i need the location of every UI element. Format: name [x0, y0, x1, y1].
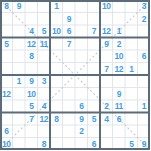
- given-digit: 5: [129, 140, 133, 149]
- cell-r5c5[interactable]: [50, 50, 63, 63]
- cell-r11c2[interactable]: [13, 125, 26, 138]
- cell-r5c6[interactable]: [63, 50, 76, 63]
- cell-r8c3[interactable]: 10: [25, 88, 38, 101]
- cell-r3c8[interactable]: 7: [88, 25, 101, 38]
- cell-r2c6[interactable]: 9: [63, 13, 76, 26]
- cell-r10c8[interactable]: 5: [88, 113, 101, 126]
- cell-r1c10[interactable]: [113, 0, 126, 13]
- cell-r8c8[interactable]: [88, 88, 101, 101]
- cell-r8c11[interactable]: [125, 88, 138, 101]
- cell-r8c2[interactable]: [13, 88, 26, 101]
- cell-r9c11[interactable]: [125, 100, 138, 113]
- given-digit: 1: [142, 102, 146, 111]
- given-digit: 12: [40, 115, 48, 124]
- given-digit: 3: [142, 2, 146, 11]
- cell-r2c5[interactable]: [50, 13, 63, 26]
- cell-r5c9[interactable]: [100, 50, 113, 63]
- cell-r3c7[interactable]: [75, 25, 88, 38]
- cell-r4c9[interactable]: 9: [100, 38, 113, 51]
- cell-r7c10[interactable]: [113, 75, 126, 88]
- cell-r7c11[interactable]: [125, 75, 138, 88]
- cell-r1c6[interactable]: [63, 0, 76, 13]
- given-digit: 6: [117, 115, 121, 124]
- cell-r4c5[interactable]: [50, 38, 63, 51]
- cell-r7c3[interactable]: 9: [25, 75, 38, 88]
- cell-r6c8[interactable]: [88, 63, 101, 76]
- given-digit: 1: [117, 27, 121, 36]
- cell-r4c10[interactable]: 2: [113, 38, 126, 51]
- cell-r4c8[interactable]: [88, 38, 101, 51]
- sudoku-board: 8911039245106712151211792810671211931210…: [0, 0, 150, 150]
- cell-r8c9[interactable]: [100, 88, 113, 101]
- cell-r4c7[interactable]: [75, 38, 88, 51]
- sudoku-grid: 8911039245106712151211792810671211931210…: [0, 0, 150, 150]
- cell-r12c9[interactable]: [100, 138, 113, 151]
- cell-r10c2[interactable]: [13, 113, 26, 126]
- cell-r2c11[interactable]: [125, 13, 138, 26]
- given-digit: 6: [79, 102, 83, 111]
- given-digit: 9: [117, 90, 121, 99]
- given-digit: 9: [79, 115, 83, 124]
- cell-r6c1[interactable]: [0, 63, 13, 76]
- cell-r3c12[interactable]: [138, 25, 151, 38]
- cell-r8c6[interactable]: [63, 88, 76, 101]
- cell-r6c11[interactable]: 1: [125, 63, 138, 76]
- cell-r6c5[interactable]: [50, 63, 63, 76]
- cell-r7c4[interactable]: 3: [38, 75, 51, 88]
- cell-r2c1[interactable]: [0, 13, 13, 26]
- given-digit: 5: [92, 115, 96, 124]
- cell-r10c11[interactable]: [125, 113, 138, 126]
- given-digit: 7: [104, 65, 108, 74]
- cell-r2c9[interactable]: [100, 13, 113, 26]
- cell-r11c6[interactable]: [63, 125, 76, 138]
- cell-r1c12[interactable]: 3: [138, 0, 151, 13]
- cell-r4c2[interactable]: [13, 38, 26, 51]
- given-digit: 5: [4, 40, 8, 49]
- cell-r9c7[interactable]: 6: [75, 100, 88, 113]
- cell-r2c7[interactable]: [75, 13, 88, 26]
- cell-r1c9[interactable]: 10: [100, 0, 113, 13]
- cell-r4c12[interactable]: [138, 38, 151, 51]
- cell-r2c3[interactable]: [25, 13, 38, 26]
- cell-r10c9[interactable]: 4: [100, 113, 113, 126]
- cell-r9c5[interactable]: [50, 100, 63, 113]
- cell-r6c7[interactable]: [75, 63, 88, 76]
- cell-r1c3[interactable]: [25, 0, 38, 13]
- given-digit: 6: [142, 52, 146, 61]
- cell-r3c3[interactable]: 4: [25, 25, 38, 38]
- cell-r5c7[interactable]: [75, 50, 88, 63]
- cell-r9c10[interactable]: 11: [113, 100, 126, 113]
- cell-r5c11[interactable]: [125, 50, 138, 63]
- cell-r5c10[interactable]: 10: [113, 50, 126, 63]
- cell-r12c2[interactable]: [13, 138, 26, 151]
- cell-r1c8[interactable]: [88, 0, 101, 13]
- cell-r11c11[interactable]: [125, 125, 138, 138]
- cell-r7c6[interactable]: [63, 75, 76, 88]
- cell-r2c2[interactable]: [13, 13, 26, 26]
- cell-r3c4[interactable]: 5: [38, 25, 51, 38]
- cell-r7c2[interactable]: 1: [13, 75, 26, 88]
- given-digit: 7: [29, 115, 33, 124]
- cell-r12c8[interactable]: 6: [88, 138, 101, 151]
- given-digit: 2: [117, 40, 121, 49]
- given-digit: 1: [17, 77, 21, 86]
- cell-r4c11[interactable]: [125, 38, 138, 51]
- cell-r10c1[interactable]: [0, 113, 13, 126]
- given-digit: 5: [29, 102, 33, 111]
- cell-r9c2[interactable]: [13, 100, 26, 113]
- given-digit: 10: [2, 140, 10, 149]
- cell-r9c9[interactable]: 2: [100, 100, 113, 113]
- given-digit: 2: [79, 127, 83, 136]
- cell-r10c7[interactable]: 9: [75, 113, 88, 126]
- given-digit: 2: [104, 102, 108, 111]
- cell-r3c11[interactable]: [125, 25, 138, 38]
- cell-r11c1[interactable]: 6: [0, 125, 13, 138]
- cell-r3c10[interactable]: 1: [113, 25, 126, 38]
- cell-r7c8[interactable]: [88, 75, 101, 88]
- cell-r12c6[interactable]: [63, 138, 76, 151]
- cell-r12c11[interactable]: 5: [125, 138, 138, 151]
- cell-r10c10[interactable]: 6: [113, 113, 126, 126]
- cell-r12c7[interactable]: [75, 138, 88, 151]
- given-digit: 12: [2, 90, 10, 99]
- cell-r5c1[interactable]: [0, 50, 13, 63]
- cell-r9c3[interactable]: 5: [25, 100, 38, 113]
- cell-r7c12[interactable]: [138, 75, 151, 88]
- cell-r6c9[interactable]: 7: [100, 63, 113, 76]
- given-digit: 4: [42, 102, 46, 111]
- given-digit: 9: [29, 77, 33, 86]
- cell-r8c5[interactable]: [50, 88, 63, 101]
- cell-r2c12[interactable]: 2: [138, 13, 151, 26]
- cell-r1c2[interactable]: 9: [13, 0, 26, 13]
- given-digit: 8: [54, 115, 58, 124]
- cell-r8c7[interactable]: [75, 88, 88, 101]
- given-digit: 6: [92, 140, 96, 149]
- cell-r8c1[interactable]: 12: [0, 88, 13, 101]
- cell-r3c6[interactable]: 6: [63, 25, 76, 38]
- given-digit: 9: [17, 2, 21, 11]
- cell-r4c4[interactable]: 11: [38, 38, 51, 51]
- cell-r10c3[interactable]: 7: [25, 113, 38, 126]
- given-digit: 6: [67, 27, 71, 36]
- cell-r6c2[interactable]: [13, 63, 26, 76]
- given-digit: 4: [29, 27, 33, 36]
- cell-r12c5[interactable]: [50, 138, 63, 151]
- given-digit: 8: [4, 2, 8, 11]
- cell-r1c7[interactable]: [75, 0, 88, 13]
- given-digit: 1: [129, 65, 133, 74]
- cell-r1c4[interactable]: [38, 0, 51, 13]
- given-digit: 9: [142, 140, 146, 149]
- cell-r5c4[interactable]: [38, 50, 51, 63]
- cell-r10c4[interactable]: 12: [38, 113, 51, 126]
- cell-r10c12[interactable]: [138, 113, 151, 126]
- given-digit: 11: [40, 40, 48, 49]
- cell-r3c1[interactable]: [0, 25, 13, 38]
- cell-r6c10[interactable]: 12: [113, 63, 126, 76]
- given-digit: 7: [92, 27, 96, 36]
- cell-r9c6[interactable]: [63, 100, 76, 113]
- given-digit: 12: [102, 27, 110, 36]
- cell-r6c4[interactable]: [38, 63, 51, 76]
- given-digit: 4: [104, 115, 108, 124]
- cell-r11c4[interactable]: [38, 125, 51, 138]
- cell-r1c5[interactable]: 1: [50, 0, 63, 13]
- cell-r4c3[interactable]: 12: [25, 38, 38, 51]
- cell-r5c2[interactable]: [13, 50, 26, 63]
- cell-r6c12[interactable]: [138, 63, 151, 76]
- cell-r7c9[interactable]: [100, 75, 113, 88]
- cell-r9c12[interactable]: 1: [138, 100, 151, 113]
- cell-r2c4[interactable]: [38, 13, 51, 26]
- given-digit: 12: [115, 65, 123, 74]
- cell-r5c8[interactable]: [88, 50, 101, 63]
- cell-r12c1[interactable]: 10: [0, 138, 13, 151]
- given-digit: 9: [104, 40, 108, 49]
- given-digit: 5: [42, 27, 46, 36]
- cell-r2c8[interactable]: [88, 13, 101, 26]
- cell-r8c10[interactable]: 9: [113, 88, 126, 101]
- given-digit: 1: [54, 2, 58, 11]
- cell-r7c5[interactable]: [50, 75, 63, 88]
- cell-r9c8[interactable]: [88, 100, 101, 113]
- given-digit: 10: [52, 27, 60, 36]
- cell-r8c12[interactable]: [138, 88, 151, 101]
- cell-r7c7[interactable]: [75, 75, 88, 88]
- cell-r3c9[interactable]: 12: [100, 25, 113, 38]
- cell-r5c3[interactable]: 8: [25, 50, 38, 63]
- cell-r2c10[interactable]: [113, 13, 126, 26]
- given-digit: 9: [67, 15, 71, 24]
- cell-r7c1[interactable]: [0, 75, 13, 88]
- given-digit: 3: [42, 77, 46, 86]
- given-digit: 12: [27, 40, 35, 49]
- cell-r6c3[interactable]: [25, 63, 38, 76]
- cell-r4c6[interactable]: 7: [63, 38, 76, 51]
- given-digit: 2: [142, 15, 146, 24]
- given-digit: 10: [115, 52, 123, 61]
- cell-r12c10[interactable]: [113, 138, 126, 151]
- cell-r3c2[interactable]: [13, 25, 26, 38]
- cell-r11c3[interactable]: [25, 125, 38, 138]
- cell-r1c1[interactable]: 8: [0, 0, 13, 13]
- cell-r11c5[interactable]: [50, 125, 63, 138]
- cell-r11c12[interactable]: [138, 125, 151, 138]
- cell-r10c6[interactable]: [63, 113, 76, 126]
- cell-r5c12[interactable]: 6: [138, 50, 151, 63]
- cell-r6c6[interactable]: [63, 63, 76, 76]
- cell-r4c1[interactable]: 5: [0, 38, 13, 51]
- cell-r11c10[interactable]: [113, 125, 126, 138]
- cell-r12c12[interactable]: 9: [138, 138, 151, 151]
- cell-r11c9[interactable]: [100, 125, 113, 138]
- given-digit: 8: [29, 52, 33, 61]
- sudoku-app: 8911039245106712151211792810671211931210…: [0, 0, 150, 150]
- cell-r3c5[interactable]: 10: [50, 25, 63, 38]
- cell-r1c11[interactable]: [125, 0, 138, 13]
- given-digit: 10: [27, 90, 35, 99]
- cell-r11c8[interactable]: [88, 125, 101, 138]
- cell-r12c4[interactable]: 8: [38, 138, 51, 151]
- given-digit: 8: [42, 140, 46, 149]
- given-digit: 10: [102, 2, 110, 11]
- given-digit: 11: [115, 102, 123, 111]
- cell-r8c4[interactable]: [38, 88, 51, 101]
- given-digit: 7: [67, 40, 71, 49]
- cell-r10c5[interactable]: 8: [50, 113, 63, 126]
- cell-r9c1[interactable]: [0, 100, 13, 113]
- cell-r9c4[interactable]: 4: [38, 100, 51, 113]
- cell-r12c3[interactable]: [25, 138, 38, 151]
- given-digit: 6: [4, 127, 8, 136]
- cell-r11c7[interactable]: 2: [75, 125, 88, 138]
